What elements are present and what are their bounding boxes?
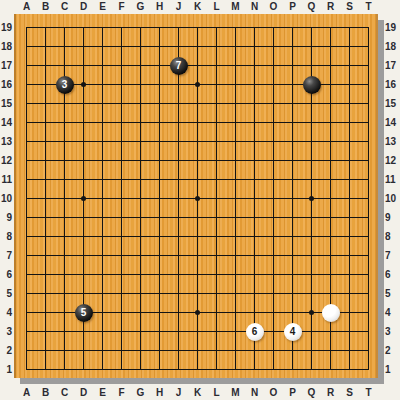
intersection-P4[interactable]	[283, 303, 302, 322]
intersection-R5[interactable]	[321, 284, 340, 303]
intersection-E9[interactable]	[93, 208, 112, 227]
intersection-J8[interactable]	[169, 227, 188, 246]
intersection-B4[interactable]	[36, 303, 55, 322]
intersection-A14[interactable]	[17, 113, 36, 132]
intersection-K2[interactable]	[188, 341, 207, 360]
intersection-H17[interactable]	[150, 56, 169, 75]
intersection-A2[interactable]	[17, 341, 36, 360]
intersection-C15[interactable]	[55, 94, 74, 113]
intersection-L1[interactable]	[207, 360, 226, 379]
intersection-Q11[interactable]	[302, 170, 321, 189]
intersection-T1[interactable]	[359, 360, 378, 379]
intersection-K10[interactable]	[188, 189, 207, 208]
intersection-T2[interactable]	[359, 341, 378, 360]
intersection-P3[interactable]: 4	[283, 322, 302, 341]
intersection-O6[interactable]	[264, 265, 283, 284]
intersection-G16[interactable]	[131, 75, 150, 94]
intersection-J14[interactable]	[169, 113, 188, 132]
intersection-C8[interactable]	[55, 227, 74, 246]
intersection-F8[interactable]	[112, 227, 131, 246]
intersection-O18[interactable]	[264, 37, 283, 56]
intersection-F5[interactable]	[112, 284, 131, 303]
intersection-Q16[interactable]	[302, 75, 321, 94]
intersection-Q13[interactable]	[302, 132, 321, 151]
intersection-M12[interactable]	[226, 151, 245, 170]
intersection-S4[interactable]	[340, 303, 359, 322]
intersection-N14[interactable]	[245, 113, 264, 132]
intersection-D8[interactable]	[74, 227, 93, 246]
intersection-M7[interactable]	[226, 246, 245, 265]
intersection-F7[interactable]	[112, 246, 131, 265]
intersection-E10[interactable]	[93, 189, 112, 208]
intersection-J9[interactable]	[169, 208, 188, 227]
intersection-H3[interactable]	[150, 322, 169, 341]
intersection-Q19[interactable]	[302, 18, 321, 37]
intersection-H8[interactable]	[150, 227, 169, 246]
intersection-M18[interactable]	[226, 37, 245, 56]
intersection-L9[interactable]	[207, 208, 226, 227]
intersection-P8[interactable]	[283, 227, 302, 246]
intersection-C3[interactable]	[55, 322, 74, 341]
intersection-P18[interactable]	[283, 37, 302, 56]
intersection-E14[interactable]	[93, 113, 112, 132]
intersection-M8[interactable]	[226, 227, 245, 246]
intersection-J12[interactable]	[169, 151, 188, 170]
intersection-D10[interactable]	[74, 189, 93, 208]
intersection-L4[interactable]	[207, 303, 226, 322]
intersection-E16[interactable]	[93, 75, 112, 94]
intersection-T11[interactable]	[359, 170, 378, 189]
intersection-R10[interactable]	[321, 189, 340, 208]
intersection-N10[interactable]	[245, 189, 264, 208]
intersection-N18[interactable]	[245, 37, 264, 56]
intersection-R6[interactable]	[321, 265, 340, 284]
intersection-M11[interactable]	[226, 170, 245, 189]
intersection-G4[interactable]	[131, 303, 150, 322]
intersection-G11[interactable]	[131, 170, 150, 189]
intersection-B10[interactable]	[36, 189, 55, 208]
intersection-N2[interactable]	[245, 341, 264, 360]
intersection-B2[interactable]	[36, 341, 55, 360]
intersection-A6[interactable]	[17, 265, 36, 284]
intersection-Q12[interactable]	[302, 151, 321, 170]
intersection-F10[interactable]	[112, 189, 131, 208]
intersection-T13[interactable]	[359, 132, 378, 151]
intersection-B6[interactable]	[36, 265, 55, 284]
intersection-N7[interactable]	[245, 246, 264, 265]
intersection-M17[interactable]	[226, 56, 245, 75]
intersection-H10[interactable]	[150, 189, 169, 208]
intersection-D2[interactable]	[74, 341, 93, 360]
intersection-N1[interactable]	[245, 360, 264, 379]
intersection-G12[interactable]	[131, 151, 150, 170]
intersection-Q2[interactable]	[302, 341, 321, 360]
intersection-R11[interactable]	[321, 170, 340, 189]
intersection-H1[interactable]	[150, 360, 169, 379]
intersection-A19[interactable]	[17, 18, 36, 37]
intersection-O3[interactable]	[264, 322, 283, 341]
intersection-P19[interactable]	[283, 18, 302, 37]
intersection-C4[interactable]	[55, 303, 74, 322]
intersection-A1[interactable]	[17, 360, 36, 379]
intersection-S12[interactable]	[340, 151, 359, 170]
intersection-C13[interactable]	[55, 132, 74, 151]
intersection-G15[interactable]	[131, 94, 150, 113]
intersection-C2[interactable]	[55, 341, 74, 360]
intersection-R7[interactable]	[321, 246, 340, 265]
intersection-R15[interactable]	[321, 94, 340, 113]
intersection-P12[interactable]	[283, 151, 302, 170]
intersection-J18[interactable]	[169, 37, 188, 56]
intersection-R9[interactable]	[321, 208, 340, 227]
intersection-M3[interactable]	[226, 322, 245, 341]
intersection-R4[interactable]	[321, 303, 340, 322]
intersection-M14[interactable]	[226, 113, 245, 132]
intersection-H19[interactable]	[150, 18, 169, 37]
intersection-N3[interactable]: 6	[245, 322, 264, 341]
intersection-D7[interactable]	[74, 246, 93, 265]
intersection-S2[interactable]	[340, 341, 359, 360]
intersection-H6[interactable]	[150, 265, 169, 284]
intersection-G17[interactable]	[131, 56, 150, 75]
intersection-F4[interactable]	[112, 303, 131, 322]
intersection-E3[interactable]	[93, 322, 112, 341]
intersection-L12[interactable]	[207, 151, 226, 170]
intersection-T12[interactable]	[359, 151, 378, 170]
intersection-H14[interactable]	[150, 113, 169, 132]
intersection-G2[interactable]	[131, 341, 150, 360]
intersection-P6[interactable]	[283, 265, 302, 284]
intersection-T3[interactable]	[359, 322, 378, 341]
intersection-R19[interactable]	[321, 18, 340, 37]
intersection-O5[interactable]	[264, 284, 283, 303]
intersection-M13[interactable]	[226, 132, 245, 151]
intersection-E4[interactable]	[93, 303, 112, 322]
intersection-A5[interactable]	[17, 284, 36, 303]
intersection-F18[interactable]	[112, 37, 131, 56]
intersection-D19[interactable]	[74, 18, 93, 37]
intersection-L7[interactable]	[207, 246, 226, 265]
intersection-E11[interactable]	[93, 170, 112, 189]
intersection-N11[interactable]	[245, 170, 264, 189]
intersection-H15[interactable]	[150, 94, 169, 113]
intersection-C10[interactable]	[55, 189, 74, 208]
intersection-D3[interactable]	[74, 322, 93, 341]
intersection-H18[interactable]	[150, 37, 169, 56]
intersection-J17[interactable]: 7	[169, 56, 188, 75]
intersection-G18[interactable]	[131, 37, 150, 56]
intersection-R14[interactable]	[321, 113, 340, 132]
intersection-A16[interactable]	[17, 75, 36, 94]
intersection-G6[interactable]	[131, 265, 150, 284]
intersection-P10[interactable]	[283, 189, 302, 208]
intersection-F16[interactable]	[112, 75, 131, 94]
intersection-R8[interactable]	[321, 227, 340, 246]
intersection-A11[interactable]	[17, 170, 36, 189]
intersection-A17[interactable]	[17, 56, 36, 75]
intersection-A12[interactable]	[17, 151, 36, 170]
intersection-B12[interactable]	[36, 151, 55, 170]
intersection-O8[interactable]	[264, 227, 283, 246]
intersection-B14[interactable]	[36, 113, 55, 132]
intersection-F3[interactable]	[112, 322, 131, 341]
intersection-D13[interactable]	[74, 132, 93, 151]
intersection-C11[interactable]	[55, 170, 74, 189]
intersection-Q9[interactable]	[302, 208, 321, 227]
intersection-P11[interactable]	[283, 170, 302, 189]
intersection-R12[interactable]	[321, 151, 340, 170]
intersection-G8[interactable]	[131, 227, 150, 246]
intersection-D16[interactable]	[74, 75, 93, 94]
intersection-L8[interactable]	[207, 227, 226, 246]
intersection-S15[interactable]	[340, 94, 359, 113]
intersection-S14[interactable]	[340, 113, 359, 132]
intersection-C9[interactable]	[55, 208, 74, 227]
intersection-S18[interactable]	[340, 37, 359, 56]
intersection-M1[interactable]	[226, 360, 245, 379]
intersection-S3[interactable]	[340, 322, 359, 341]
intersection-P1[interactable]	[283, 360, 302, 379]
intersection-L6[interactable]	[207, 265, 226, 284]
intersection-K13[interactable]	[188, 132, 207, 151]
intersection-R2[interactable]	[321, 341, 340, 360]
intersection-S7[interactable]	[340, 246, 359, 265]
intersection-E18[interactable]	[93, 37, 112, 56]
intersection-A3[interactable]	[17, 322, 36, 341]
intersection-H2[interactable]	[150, 341, 169, 360]
intersection-J10[interactable]	[169, 189, 188, 208]
intersection-B15[interactable]	[36, 94, 55, 113]
intersection-O17[interactable]	[264, 56, 283, 75]
intersection-P5[interactable]	[283, 284, 302, 303]
intersection-T15[interactable]	[359, 94, 378, 113]
intersection-S19[interactable]	[340, 18, 359, 37]
intersection-K17[interactable]	[188, 56, 207, 75]
intersection-A7[interactable]	[17, 246, 36, 265]
intersection-C19[interactable]	[55, 18, 74, 37]
intersection-E2[interactable]	[93, 341, 112, 360]
intersection-N6[interactable]	[245, 265, 264, 284]
intersection-N17[interactable]	[245, 56, 264, 75]
intersection-J3[interactable]	[169, 322, 188, 341]
intersection-B3[interactable]	[36, 322, 55, 341]
intersection-S9[interactable]	[340, 208, 359, 227]
intersection-G13[interactable]	[131, 132, 150, 151]
intersection-L19[interactable]	[207, 18, 226, 37]
intersection-E7[interactable]	[93, 246, 112, 265]
intersection-Q7[interactable]	[302, 246, 321, 265]
intersection-L2[interactable]	[207, 341, 226, 360]
intersection-O10[interactable]	[264, 189, 283, 208]
intersection-K7[interactable]	[188, 246, 207, 265]
intersection-G5[interactable]	[131, 284, 150, 303]
intersection-C7[interactable]	[55, 246, 74, 265]
intersection-B9[interactable]	[36, 208, 55, 227]
intersection-F19[interactable]	[112, 18, 131, 37]
intersection-K15[interactable]	[188, 94, 207, 113]
intersection-A15[interactable]	[17, 94, 36, 113]
intersection-C14[interactable]	[55, 113, 74, 132]
intersection-S10[interactable]	[340, 189, 359, 208]
intersection-T19[interactable]	[359, 18, 378, 37]
intersection-E19[interactable]	[93, 18, 112, 37]
intersection-Q15[interactable]	[302, 94, 321, 113]
intersection-G10[interactable]	[131, 189, 150, 208]
intersection-Q5[interactable]	[302, 284, 321, 303]
intersection-L14[interactable]	[207, 113, 226, 132]
intersection-E12[interactable]	[93, 151, 112, 170]
intersection-S17[interactable]	[340, 56, 359, 75]
intersection-O15[interactable]	[264, 94, 283, 113]
intersection-O16[interactable]	[264, 75, 283, 94]
intersection-G7[interactable]	[131, 246, 150, 265]
intersection-N12[interactable]	[245, 151, 264, 170]
intersection-L18[interactable]	[207, 37, 226, 56]
intersection-A18[interactable]	[17, 37, 36, 56]
intersection-N9[interactable]	[245, 208, 264, 227]
intersection-D5[interactable]	[74, 284, 93, 303]
intersection-Q18[interactable]	[302, 37, 321, 56]
intersection-S8[interactable]	[340, 227, 359, 246]
intersection-B5[interactable]	[36, 284, 55, 303]
intersection-F17[interactable]	[112, 56, 131, 75]
intersection-T10[interactable]	[359, 189, 378, 208]
intersection-H16[interactable]	[150, 75, 169, 94]
intersection-J19[interactable]	[169, 18, 188, 37]
intersection-T7[interactable]	[359, 246, 378, 265]
intersection-S5[interactable]	[340, 284, 359, 303]
intersection-L15[interactable]	[207, 94, 226, 113]
intersection-K4[interactable]	[188, 303, 207, 322]
intersection-F9[interactable]	[112, 208, 131, 227]
intersection-N16[interactable]	[245, 75, 264, 94]
intersection-T9[interactable]	[359, 208, 378, 227]
intersection-Q8[interactable]	[302, 227, 321, 246]
intersection-B19[interactable]	[36, 18, 55, 37]
intersection-J2[interactable]	[169, 341, 188, 360]
intersection-Q4[interactable]	[302, 303, 321, 322]
intersection-G3[interactable]	[131, 322, 150, 341]
intersection-L5[interactable]	[207, 284, 226, 303]
intersection-O19[interactable]	[264, 18, 283, 37]
intersection-K16[interactable]	[188, 75, 207, 94]
intersection-S16[interactable]	[340, 75, 359, 94]
intersection-A9[interactable]	[17, 208, 36, 227]
intersection-K1[interactable]	[188, 360, 207, 379]
intersection-N19[interactable]	[245, 18, 264, 37]
intersection-F2[interactable]	[112, 341, 131, 360]
intersection-T8[interactable]	[359, 227, 378, 246]
intersection-L13[interactable]	[207, 132, 226, 151]
intersection-R3[interactable]	[321, 322, 340, 341]
intersection-B13[interactable]	[36, 132, 55, 151]
intersection-M10[interactable]	[226, 189, 245, 208]
intersection-C16[interactable]: 3	[55, 75, 74, 94]
intersection-J7[interactable]	[169, 246, 188, 265]
intersection-E1[interactable]	[93, 360, 112, 379]
intersection-L17[interactable]	[207, 56, 226, 75]
intersection-C12[interactable]	[55, 151, 74, 170]
intersection-T6[interactable]	[359, 265, 378, 284]
intersection-B1[interactable]	[36, 360, 55, 379]
intersection-F13[interactable]	[112, 132, 131, 151]
intersection-P13[interactable]	[283, 132, 302, 151]
intersection-A13[interactable]	[17, 132, 36, 151]
intersection-G1[interactable]	[131, 360, 150, 379]
intersection-M4[interactable]	[226, 303, 245, 322]
intersection-D17[interactable]	[74, 56, 93, 75]
intersection-B7[interactable]	[36, 246, 55, 265]
intersection-O9[interactable]	[264, 208, 283, 227]
intersection-T4[interactable]	[359, 303, 378, 322]
intersection-A4[interactable]	[17, 303, 36, 322]
intersection-J1[interactable]	[169, 360, 188, 379]
intersection-D15[interactable]	[74, 94, 93, 113]
intersection-K12[interactable]	[188, 151, 207, 170]
intersection-Q14[interactable]	[302, 113, 321, 132]
intersection-J5[interactable]	[169, 284, 188, 303]
intersection-N8[interactable]	[245, 227, 264, 246]
intersection-R1[interactable]	[321, 360, 340, 379]
intersection-S11[interactable]	[340, 170, 359, 189]
intersection-F11[interactable]	[112, 170, 131, 189]
intersection-T5[interactable]	[359, 284, 378, 303]
intersection-C1[interactable]	[55, 360, 74, 379]
intersection-D6[interactable]	[74, 265, 93, 284]
intersection-E5[interactable]	[93, 284, 112, 303]
intersection-R16[interactable]	[321, 75, 340, 94]
intersection-P7[interactable]	[283, 246, 302, 265]
intersection-B18[interactable]	[36, 37, 55, 56]
intersection-P2[interactable]	[283, 341, 302, 360]
intersection-K8[interactable]	[188, 227, 207, 246]
intersection-N5[interactable]	[245, 284, 264, 303]
intersection-M5[interactable]	[226, 284, 245, 303]
intersection-P15[interactable]	[283, 94, 302, 113]
intersection-O7[interactable]	[264, 246, 283, 265]
intersection-L16[interactable]	[207, 75, 226, 94]
intersection-C18[interactable]	[55, 37, 74, 56]
intersection-D4[interactable]: 5	[74, 303, 93, 322]
intersection-G19[interactable]	[131, 18, 150, 37]
intersection-O12[interactable]	[264, 151, 283, 170]
intersection-T18[interactable]	[359, 37, 378, 56]
intersection-G9[interactable]	[131, 208, 150, 227]
intersection-H5[interactable]	[150, 284, 169, 303]
intersection-N15[interactable]	[245, 94, 264, 113]
intersection-J15[interactable]	[169, 94, 188, 113]
intersection-O14[interactable]	[264, 113, 283, 132]
intersection-K5[interactable]	[188, 284, 207, 303]
intersection-R13[interactable]	[321, 132, 340, 151]
intersection-H11[interactable]	[150, 170, 169, 189]
intersection-Q17[interactable]	[302, 56, 321, 75]
intersection-Q6[interactable]	[302, 265, 321, 284]
intersection-H13[interactable]	[150, 132, 169, 151]
intersection-O4[interactable]	[264, 303, 283, 322]
intersection-O13[interactable]	[264, 132, 283, 151]
intersection-D1[interactable]	[74, 360, 93, 379]
intersection-K19[interactable]	[188, 18, 207, 37]
intersection-A8[interactable]	[17, 227, 36, 246]
intersection-P9[interactable]	[283, 208, 302, 227]
intersection-N13[interactable]	[245, 132, 264, 151]
intersection-F12[interactable]	[112, 151, 131, 170]
intersection-D11[interactable]	[74, 170, 93, 189]
intersection-N4[interactable]	[245, 303, 264, 322]
intersection-C5[interactable]	[55, 284, 74, 303]
intersection-Q1[interactable]	[302, 360, 321, 379]
